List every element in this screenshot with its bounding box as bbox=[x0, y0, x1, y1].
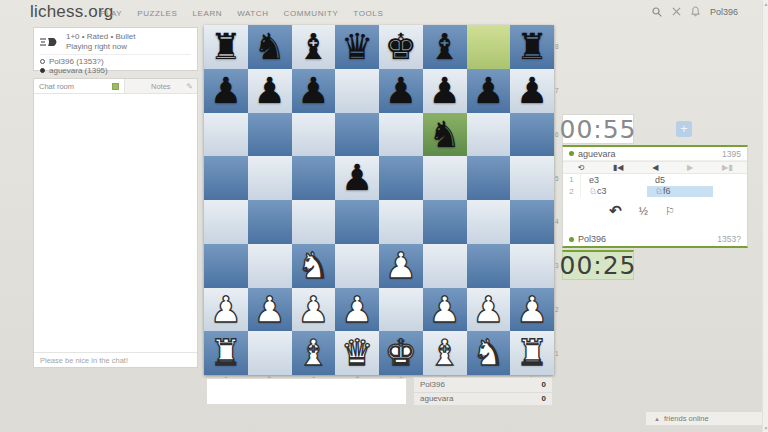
move-black[interactable]: ♘f6 bbox=[647, 186, 713, 198]
close-icon[interactable] bbox=[672, 7, 681, 16]
white-player-label: Pol396 (1353?) bbox=[49, 57, 104, 66]
player-rating: 1353? bbox=[717, 234, 741, 244]
move-row-2: 2♘c3♘f6 bbox=[563, 186, 747, 198]
friends-online-label: friends online bbox=[664, 414, 709, 423]
tab-chat-room[interactable]: Chat room bbox=[34, 79, 125, 93]
piece-black-knight[interactable]: ♞ bbox=[423, 113, 467, 157]
square-f4[interactable] bbox=[423, 200, 467, 244]
piece-white-pawn[interactable]: ♟ bbox=[510, 288, 554, 332]
black-player-line[interactable]: aguevara (1395) bbox=[40, 66, 191, 75]
square-f5[interactable] bbox=[423, 156, 467, 200]
scroll-down-icon[interactable]: ▼ bbox=[763, 425, 768, 431]
piece-white-pawn[interactable]: ♟ bbox=[204, 288, 248, 332]
white-color-icon bbox=[40, 59, 45, 64]
notes-label: Notes bbox=[151, 82, 171, 91]
move-nav-row: ⟲▮◀◀▶▶▮ bbox=[563, 161, 747, 174]
square-d6[interactable] bbox=[335, 113, 379, 157]
resign-button[interactable]: ⚐ bbox=[665, 205, 675, 218]
square-b1[interactable] bbox=[248, 331, 292, 375]
square-a2[interactable]: ♟ bbox=[204, 288, 248, 332]
piece-black-pawn[interactable]: ♟ bbox=[292, 69, 336, 113]
player-name: Pol396 bbox=[578, 234, 606, 244]
square-f7[interactable]: ♟ bbox=[423, 69, 467, 113]
square-e1[interactable]: ♚ bbox=[379, 331, 423, 375]
piece-black-knight[interactable]: ♞ bbox=[248, 25, 292, 69]
scroll-up-icon[interactable]: ▲ bbox=[763, 1, 768, 7]
nav-menu: PLAYPUZZLESLEARNWATCHCOMMUNITYTOOLS bbox=[100, 9, 383, 18]
piece-white-queen[interactable]: ♛ bbox=[335, 331, 379, 375]
square-d1[interactable]: ♛ bbox=[335, 331, 379, 375]
piece-black-pawn[interactable]: ♟ bbox=[379, 69, 423, 113]
nav-item-tools[interactable]: TOOLS bbox=[353, 9, 383, 18]
square-d2[interactable]: ♟ bbox=[335, 288, 379, 332]
piece-white-pawn[interactable]: ♟ bbox=[248, 288, 292, 332]
square-b4[interactable] bbox=[248, 200, 292, 244]
piece-black-pawn[interactable]: ♟ bbox=[423, 69, 467, 113]
piece-white-bishop[interactable]: ♝ bbox=[423, 331, 467, 375]
square-g8[interactable] bbox=[467, 25, 511, 69]
score-player-name: Pol396 bbox=[420, 380, 445, 389]
score-table: Pol3960aguevara0 bbox=[413, 377, 553, 406]
square-c1[interactable]: ♝ bbox=[292, 331, 336, 375]
takeback-button[interactable]: ↶ bbox=[609, 202, 622, 220]
game-mode-label: 1+0 • Rated • Bullet bbox=[66, 32, 135, 42]
square-e8[interactable]: ♚ bbox=[379, 25, 423, 69]
bell-icon[interactable] bbox=[691, 6, 700, 17]
square-a6[interactable] bbox=[204, 113, 248, 157]
black-color-icon bbox=[40, 68, 45, 73]
rank-label-7: 7 bbox=[555, 69, 563, 113]
nav-item-learn[interactable]: LEARN bbox=[192, 9, 222, 18]
square-b7[interactable]: ♟ bbox=[248, 69, 292, 113]
replay-icon[interactable]: ⟲ bbox=[577, 162, 584, 173]
square-f6[interactable]: ♞ bbox=[423, 113, 467, 157]
square-d7[interactable] bbox=[335, 69, 379, 113]
square-d3[interactable] bbox=[335, 244, 379, 288]
square-h1[interactable]: ♜ bbox=[510, 331, 554, 375]
square-f1[interactable]: ♝ bbox=[423, 331, 467, 375]
square-a5[interactable] bbox=[204, 156, 248, 200]
square-e6[interactable] bbox=[379, 113, 423, 157]
square-c6[interactable] bbox=[292, 113, 336, 157]
bullet-icon bbox=[40, 36, 60, 48]
piece-white-bishop[interactable]: ♝ bbox=[292, 331, 336, 375]
square-a3[interactable] bbox=[204, 244, 248, 288]
score-value: 0 bbox=[542, 394, 546, 403]
offer-draw-button[interactable]: ½ bbox=[639, 205, 648, 217]
square-e7[interactable]: ♟ bbox=[379, 69, 423, 113]
chess-board: ♜♞♝♛♚♝♜♟♟♟♟♟♟♟♞♟♞♟♟♟♟♟♟♟♟♜♝♛♚♝♞♜ bbox=[204, 25, 554, 375]
move-number: 1 bbox=[563, 174, 581, 186]
square-a1[interactable]: ♜ bbox=[204, 331, 248, 375]
pencil-icon: ✎ bbox=[186, 82, 193, 91]
move-white[interactable]: e3 bbox=[581, 174, 647, 186]
friends-online-bar[interactable]: ▲ friends online bbox=[645, 411, 766, 426]
square-c5[interactable] bbox=[292, 156, 336, 200]
online-dot bbox=[569, 151, 574, 156]
under-board-box bbox=[206, 378, 407, 405]
piece-white-rook[interactable]: ♜ bbox=[510, 331, 554, 375]
move-white[interactable]: ♘c3 bbox=[581, 186, 647, 198]
square-b3[interactable] bbox=[248, 244, 292, 288]
rank-label-8: 8 bbox=[555, 25, 563, 69]
piece-black-bishop[interactable]: ♝ bbox=[292, 25, 336, 69]
search-icon[interactable] bbox=[652, 7, 662, 17]
square-g1[interactable]: ♞ bbox=[467, 331, 511, 375]
square-c4[interactable] bbox=[292, 200, 336, 244]
clock-white-active: 00:25 bbox=[562, 250, 634, 280]
score-row-pol396: Pol3960 bbox=[414, 378, 552, 392]
piece-black-bishop[interactable]: ♝ bbox=[423, 25, 467, 69]
square-b5[interactable] bbox=[248, 156, 292, 200]
username[interactable]: Pol396 bbox=[710, 7, 738, 17]
nav-item-community[interactable]: COMMUNITY bbox=[284, 9, 339, 18]
piece-white-pawn[interactable]: ♟ bbox=[467, 288, 511, 332]
square-e4[interactable] bbox=[379, 200, 423, 244]
square-f3[interactable] bbox=[423, 244, 467, 288]
opponent-name: aguevara bbox=[578, 149, 616, 159]
piece-white-pawn[interactable]: ♟ bbox=[379, 244, 423, 288]
nav-item-puzzles[interactable]: PUZZLES bbox=[137, 9, 177, 18]
nav-item-play[interactable]: PLAY bbox=[100, 9, 122, 18]
rank-label-1: 1 bbox=[555, 331, 563, 375]
chat-messages bbox=[34, 94, 197, 352]
square-f2[interactable]: ♟ bbox=[423, 288, 467, 332]
square-g6[interactable] bbox=[467, 113, 511, 157]
chat-room-label: Chat room bbox=[39, 82, 74, 91]
square-g4[interactable] bbox=[467, 200, 511, 244]
square-c8[interactable]: ♝ bbox=[292, 25, 336, 69]
chat-toggle[interactable] bbox=[112, 83, 119, 90]
piece-black-pawn[interactable]: ♟ bbox=[510, 69, 554, 113]
square-h2[interactable]: ♟ bbox=[510, 288, 554, 332]
piece-white-knight[interactable]: ♞ bbox=[467, 331, 511, 375]
square-g7[interactable]: ♟ bbox=[467, 69, 511, 113]
white-player-line[interactable]: Pol396 (1353?) bbox=[40, 57, 191, 66]
game-status-label: Playing right now bbox=[66, 42, 135, 52]
square-e2[interactable] bbox=[379, 288, 423, 332]
clock-black: 00:55 bbox=[562, 114, 634, 144]
square-h4[interactable] bbox=[510, 200, 554, 244]
square-h5[interactable] bbox=[510, 156, 554, 200]
square-d8[interactable]: ♛ bbox=[335, 25, 379, 69]
piece-black-pawn[interactable]: ♟ bbox=[467, 69, 511, 113]
square-h6[interactable] bbox=[510, 113, 554, 157]
piece-white-rook[interactable]: ♜ bbox=[204, 331, 248, 375]
add-time-button[interactable]: + bbox=[676, 121, 692, 137]
square-b2[interactable]: ♟ bbox=[248, 288, 292, 332]
opponent-row[interactable]: aguevara 1395 bbox=[563, 147, 747, 161]
square-a7[interactable]: ♟ bbox=[204, 69, 248, 113]
square-g2[interactable]: ♟ bbox=[467, 288, 511, 332]
square-d4[interactable] bbox=[335, 200, 379, 244]
last-move-icon[interactable]: ▶▮ bbox=[722, 162, 733, 173]
score-value: 0 bbox=[542, 380, 546, 389]
square-c7[interactable]: ♟ bbox=[292, 69, 336, 113]
rank-label-2: 2 bbox=[555, 288, 563, 332]
square-c2[interactable]: ♟ bbox=[292, 288, 336, 332]
square-c3[interactable]: ♞ bbox=[292, 244, 336, 288]
square-b6[interactable] bbox=[248, 113, 292, 157]
player-row[interactable]: Pol396 1353? bbox=[563, 232, 747, 246]
piece-white-king[interactable]: ♚ bbox=[379, 331, 423, 375]
move-list: 1e3d52♘c3♘f6 bbox=[563, 174, 747, 197]
piece-black-pawn[interactable]: ♟ bbox=[204, 69, 248, 113]
piece-black-queen[interactable]: ♛ bbox=[335, 25, 379, 69]
first-move-icon[interactable]: ▮◀ bbox=[613, 162, 624, 173]
nav-item-watch[interactable]: WATCH bbox=[237, 9, 268, 18]
square-f8[interactable]: ♝ bbox=[423, 25, 467, 69]
piece-white-pawn[interactable]: ♟ bbox=[335, 288, 379, 332]
chevron-up-icon: ▲ bbox=[654, 416, 660, 422]
navbar: lichess.org PLAYPUZZLESLEARNWATCHCOMMUNI… bbox=[0, 0, 768, 25]
piece-white-pawn[interactable]: ♟ bbox=[423, 288, 467, 332]
piece-white-pawn[interactable]: ♟ bbox=[292, 288, 336, 332]
square-e5[interactable] bbox=[379, 156, 423, 200]
score-row-aguevara: aguevara0 bbox=[414, 392, 552, 406]
piece-black-pawn[interactable]: ♟ bbox=[335, 156, 379, 200]
square-a4[interactable] bbox=[204, 200, 248, 244]
square-h7[interactable]: ♟ bbox=[510, 69, 554, 113]
move-number: 2 bbox=[563, 186, 581, 198]
piece-black-king[interactable]: ♚ bbox=[379, 25, 423, 69]
square-h3[interactable] bbox=[510, 244, 554, 288]
prev-move-icon[interactable]: ◀ bbox=[652, 162, 658, 173]
square-d5[interactable]: ♟ bbox=[335, 156, 379, 200]
tab-notes[interactable]: Notes ✎ bbox=[125, 79, 197, 93]
square-a8[interactable]: ♜ bbox=[204, 25, 248, 69]
opponent-rating: 1395 bbox=[722, 149, 741, 159]
piece-white-knight[interactable]: ♞ bbox=[292, 244, 336, 288]
move-panel: aguevara 1395 ⟲▮◀◀▶▶▮ 1e3d52♘c3♘f6 ↶ ½ ⚐… bbox=[562, 145, 748, 248]
chat-input[interactable] bbox=[34, 352, 197, 367]
square-h8[interactable]: ♜ bbox=[510, 25, 554, 69]
score-player-name: aguevara bbox=[420, 394, 453, 403]
next-move-icon[interactable]: ▶ bbox=[687, 162, 693, 173]
square-e3[interactable]: ♟ bbox=[379, 244, 423, 288]
piece-black-rook[interactable]: ♜ bbox=[510, 25, 554, 69]
game-info-panel: 1+0 • Rated • Bullet Playing right now P… bbox=[33, 27, 198, 71]
chat-panel: Chat room Notes ✎ bbox=[33, 78, 198, 368]
scrollbar[interactable]: ▲ ▼ bbox=[762, 0, 768, 432]
online-dot bbox=[569, 237, 574, 242]
black-player-label: aguevara (1395) bbox=[49, 66, 108, 75]
piece-black-pawn[interactable]: ♟ bbox=[248, 69, 292, 113]
square-b8[interactable]: ♞ bbox=[248, 25, 292, 69]
piece-black-rook[interactable]: ♜ bbox=[204, 25, 248, 69]
square-g3[interactable] bbox=[467, 244, 511, 288]
move-black[interactable]: d5 bbox=[647, 174, 713, 186]
square-g5[interactable] bbox=[467, 156, 511, 200]
move-row-1: 1e3d5 bbox=[563, 174, 747, 186]
